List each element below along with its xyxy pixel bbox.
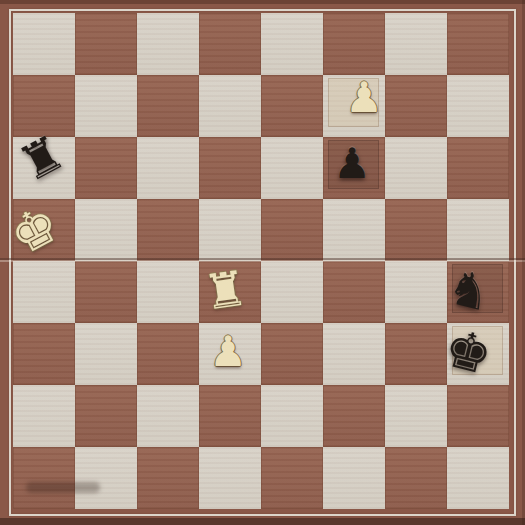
piece-black-knight-h4[interactable]: ♞	[447, 261, 509, 323]
board-edge-bottom	[0, 518, 525, 525]
piece-white-rook-d4[interactable]: ♜	[199, 261, 261, 323]
white-pawn-glyph: ♟	[209, 331, 247, 373]
piece-white-king-a5[interactable]: ♚	[13, 199, 75, 261]
black-rook-glyph: ♜	[12, 127, 73, 190]
piece-black-pawn-f6[interactable]: ♟	[323, 137, 385, 199]
white-rook-glyph: ♜	[201, 263, 250, 317]
black-king-glyph: ♚	[439, 321, 497, 383]
board-edge-top	[0, 0, 525, 4]
piece-black-rook-a6[interactable]: ♜	[13, 137, 75, 199]
chess-board-photo: ♟♜♟♚♜♞♟♚	[0, 0, 525, 525]
black-knight-glyph: ♞	[443, 262, 496, 319]
piece-white-pawn-d3[interactable]: ♟	[199, 323, 261, 385]
piece-black-king-h3[interactable]: ♚	[447, 323, 509, 385]
white-pawn-glyph: ♟	[345, 77, 383, 119]
piece-white-pawn-f7[interactable]: ♟	[323, 75, 385, 137]
black-pawn-glyph: ♟	[333, 143, 371, 185]
pieces-layer: ♟♜♟♚♜♞♟♚	[13, 13, 509, 509]
